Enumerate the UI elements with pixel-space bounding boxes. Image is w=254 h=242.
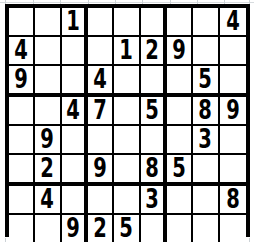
cell-r6c3[interactable]	[62, 155, 88, 186]
cell-r6c8[interactable]	[193, 155, 219, 186]
spreadsheet-gridline-vertical	[5, 238, 6, 242]
cell-digit: 9	[172, 37, 186, 64]
cell-r2c3[interactable]	[62, 37, 88, 66]
cell-r8c8[interactable]	[193, 215, 219, 242]
cell-r3c4[interactable]: 4	[88, 66, 114, 97]
cell-r6c6[interactable]: 8	[141, 155, 167, 186]
cell-r1c9[interactable]: 4	[220, 8, 246, 37]
cell-r5c1[interactable]	[9, 126, 35, 155]
cell-digit: 5	[120, 215, 134, 242]
cell-r5c7[interactable]	[167, 126, 193, 155]
cell-r5c3[interactable]	[62, 126, 88, 155]
sudoku-screenshot: 144129945475899329854389253865	[0, 0, 254, 242]
cell-r3c7[interactable]	[167, 66, 193, 97]
cell-r3c5[interactable]	[114, 66, 140, 97]
cell-r3c3[interactable]	[62, 66, 88, 97]
cell-digit: 2	[145, 37, 159, 64]
spreadsheet-gridline-vertical	[249, 238, 250, 242]
cell-digit: 4	[93, 66, 107, 93]
cell-r5c6[interactable]	[141, 126, 167, 155]
cell-r1c5[interactable]	[114, 8, 140, 37]
cell-r5c2[interactable]: 9	[35, 126, 61, 155]
cell-r2c6[interactable]: 2	[141, 37, 167, 66]
cell-r7c9[interactable]: 8	[220, 186, 246, 215]
cell-r8c7[interactable]	[167, 215, 193, 242]
cell-r1c4[interactable]	[88, 8, 114, 37]
cell-r8c4[interactable]: 2	[88, 215, 114, 242]
cell-digit: 3	[199, 126, 213, 153]
cell-r2c2[interactable]	[35, 37, 61, 66]
cell-r7c6[interactable]: 3	[141, 186, 167, 215]
cell-r2c5[interactable]: 1	[114, 37, 140, 66]
cell-r7c1[interactable]	[9, 186, 35, 215]
cell-r5c5[interactable]	[114, 126, 140, 155]
cell-digit: 8	[145, 155, 159, 182]
cell-r6c1[interactable]	[9, 155, 35, 186]
cell-r2c9[interactable]	[220, 37, 246, 66]
cell-r5c8[interactable]: 3	[193, 126, 219, 155]
cell-digit: 4	[41, 186, 55, 213]
cell-r3c8[interactable]: 5	[193, 66, 219, 97]
cell-r1c8[interactable]	[193, 8, 219, 37]
cell-digit: 1	[66, 8, 80, 35]
cell-r7c4[interactable]	[88, 186, 114, 215]
cell-r7c3[interactable]	[62, 186, 88, 215]
cell-r7c2[interactable]: 4	[35, 186, 61, 215]
cell-r2c7[interactable]: 9	[167, 37, 193, 66]
cell-digit: 9	[226, 97, 240, 124]
cell-digit: 5	[172, 155, 186, 182]
cell-r5c9[interactable]	[220, 126, 246, 155]
cell-r2c4[interactable]	[88, 37, 114, 66]
cell-digit: 8	[199, 97, 213, 124]
cell-digit: 9	[41, 126, 55, 153]
cell-r8c5[interactable]: 5	[114, 215, 140, 242]
cell-digit: 4	[66, 97, 80, 124]
cell-r4c4[interactable]: 7	[88, 97, 114, 126]
cell-r8c3[interactable]: 9	[62, 215, 88, 242]
cell-r4c5[interactable]	[114, 97, 140, 126]
cell-r1c3[interactable]: 1	[62, 8, 88, 37]
cell-r5c4[interactable]	[88, 126, 114, 155]
cell-r4c6[interactable]: 5	[141, 97, 167, 126]
spreadsheet-gridline-horizontal	[0, 2, 254, 3]
cell-r4c3[interactable]: 4	[62, 97, 88, 126]
cell-r3c2[interactable]	[35, 66, 61, 97]
cell-digit: 9	[66, 215, 80, 242]
cell-digit: 2	[93, 215, 107, 242]
cell-digit: 5	[199, 66, 213, 93]
cell-r2c1[interactable]: 4	[9, 37, 35, 66]
cell-r7c5[interactable]	[114, 186, 140, 215]
cell-r2c8[interactable]	[193, 37, 219, 66]
cell-r4c1[interactable]	[9, 97, 35, 126]
cell-r8c6[interactable]	[141, 215, 167, 242]
cell-digit: 1	[120, 37, 134, 64]
cell-digit: 4	[14, 37, 28, 64]
cell-digit: 7	[93, 97, 107, 124]
cell-digit: 9	[93, 155, 107, 182]
cell-r1c7[interactable]	[167, 8, 193, 37]
cell-r1c6[interactable]	[141, 8, 167, 37]
cell-r1c1[interactable]	[9, 8, 35, 37]
sudoku-board: 144129945475899329854389253865	[5, 4, 250, 237]
cell-r4c8[interactable]: 8	[193, 97, 219, 126]
cell-digit: 4	[226, 8, 240, 35]
cell-r3c9[interactable]	[220, 66, 246, 97]
cell-digit: 9	[14, 66, 28, 93]
cell-r8c9[interactable]	[220, 215, 246, 242]
cell-r6c7[interactable]: 5	[167, 155, 193, 186]
cell-digit: 8	[226, 186, 240, 213]
cell-r1c2[interactable]	[35, 8, 61, 37]
cell-r6c5[interactable]	[114, 155, 140, 186]
cell-r3c6[interactable]	[141, 66, 167, 97]
cell-r6c4[interactable]: 9	[88, 155, 114, 186]
cell-r4c9[interactable]: 9	[220, 97, 246, 126]
cell-digit: 2	[41, 155, 55, 182]
cell-r8c1[interactable]	[9, 215, 35, 242]
cell-r7c8[interactable]	[193, 186, 219, 215]
cell-r6c9[interactable]	[220, 155, 246, 186]
cell-r8c2[interactable]	[35, 215, 61, 242]
cell-digit: 5	[145, 97, 159, 124]
cell-r7c7[interactable]	[167, 186, 193, 215]
cell-r4c2[interactable]	[35, 97, 61, 126]
cell-digit: 3	[145, 186, 159, 213]
cell-r6c2[interactable]: 2	[35, 155, 61, 186]
cell-r3c1[interactable]: 9	[9, 66, 35, 97]
cell-r4c7[interactable]	[167, 97, 193, 126]
